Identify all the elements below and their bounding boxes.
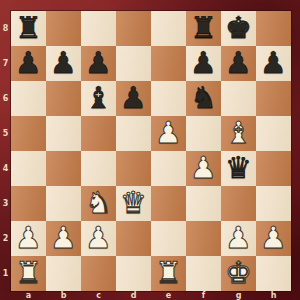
- square-g1[interactable]: ♚: [221, 256, 256, 291]
- rank-label-2: 2: [0, 221, 11, 256]
- square-g3[interactable]: [221, 186, 256, 221]
- rank-label-7: 7: [0, 46, 11, 81]
- square-h8[interactable]: [256, 11, 291, 46]
- rank-label-1: 1: [0, 256, 11, 291]
- chess-board: ♜♜♚♟♟♟♟♟♟♝♟♞♟♝♟♛♞♛♟♟♟♟♟♜♜♚: [11, 11, 291, 291]
- rank-label-5: 5: [0, 116, 11, 151]
- square-c4[interactable]: [81, 151, 116, 186]
- square-c7[interactable]: ♟: [81, 46, 116, 81]
- file-label-c: c: [81, 291, 116, 300]
- black-pawn: ♟: [190, 45, 217, 80]
- square-h4[interactable]: [256, 151, 291, 186]
- square-c1[interactable]: [81, 256, 116, 291]
- black-rook: ♜: [15, 10, 42, 45]
- square-g6[interactable]: [221, 81, 256, 116]
- square-b8[interactable]: [46, 11, 81, 46]
- file-label-h: h: [256, 291, 291, 300]
- square-d1[interactable]: [116, 256, 151, 291]
- black-rook: ♜: [190, 10, 217, 45]
- white-queen: ♛: [120, 185, 147, 220]
- black-pawn: ♟: [50, 45, 77, 80]
- square-f1[interactable]: [186, 256, 221, 291]
- white-bishop: ♝: [225, 115, 252, 150]
- square-d2[interactable]: [116, 221, 151, 256]
- square-f6[interactable]: ♞: [186, 81, 221, 116]
- white-knight: ♞: [85, 185, 112, 220]
- square-f7[interactable]: ♟: [186, 46, 221, 81]
- square-d6[interactable]: ♟: [116, 81, 151, 116]
- square-f4[interactable]: ♟: [186, 151, 221, 186]
- square-a4[interactable]: [11, 151, 46, 186]
- square-e4[interactable]: [151, 151, 186, 186]
- square-a8[interactable]: ♜: [11, 11, 46, 46]
- black-pawn: ♟: [225, 45, 252, 80]
- white-rook: ♜: [15, 255, 42, 290]
- square-d8[interactable]: [116, 11, 151, 46]
- square-g8[interactable]: ♚: [221, 11, 256, 46]
- square-b2[interactable]: ♟: [46, 221, 81, 256]
- square-e8[interactable]: [151, 11, 186, 46]
- square-h7[interactable]: ♟: [256, 46, 291, 81]
- square-f2[interactable]: [186, 221, 221, 256]
- rank-label-4: 4: [0, 151, 11, 186]
- white-pawn: ♟: [155, 115, 182, 150]
- square-a3[interactable]: [11, 186, 46, 221]
- white-pawn: ♟: [50, 220, 77, 255]
- square-a5[interactable]: [11, 116, 46, 151]
- square-f3[interactable]: [186, 186, 221, 221]
- square-b3[interactable]: [46, 186, 81, 221]
- black-pawn: ♟: [120, 80, 147, 115]
- square-c6[interactable]: ♝: [81, 81, 116, 116]
- square-e6[interactable]: [151, 81, 186, 116]
- square-h1[interactable]: [256, 256, 291, 291]
- square-f8[interactable]: ♜: [186, 11, 221, 46]
- white-pawn: ♟: [15, 220, 42, 255]
- square-a7[interactable]: ♟: [11, 46, 46, 81]
- square-h2[interactable]: ♟: [256, 221, 291, 256]
- square-b4[interactable]: [46, 151, 81, 186]
- white-king: ♚: [225, 255, 252, 290]
- file-label-f: f: [186, 291, 221, 300]
- black-king: ♚: [225, 10, 252, 45]
- square-a1[interactable]: ♜: [11, 256, 46, 291]
- black-pawn: ♟: [15, 45, 42, 80]
- black-queen: ♛: [225, 150, 252, 185]
- white-pawn: ♟: [190, 150, 217, 185]
- square-d7[interactable]: [116, 46, 151, 81]
- square-e7[interactable]: [151, 46, 186, 81]
- square-d4[interactable]: [116, 151, 151, 186]
- square-a2[interactable]: ♟: [11, 221, 46, 256]
- square-d5[interactable]: [116, 116, 151, 151]
- square-c8[interactable]: [81, 11, 116, 46]
- black-knight: ♞: [190, 80, 217, 115]
- square-c5[interactable]: [81, 116, 116, 151]
- square-h6[interactable]: [256, 81, 291, 116]
- square-h5[interactable]: [256, 116, 291, 151]
- square-e3[interactable]: [151, 186, 186, 221]
- white-pawn: ♟: [225, 220, 252, 255]
- chess-diagram: ♜♜♚♟♟♟♟♟♟♝♟♞♟♝♟♛♞♛♟♟♟♟♟♜♜♚ 87654321abcde…: [0, 0, 300, 300]
- file-label-a: a: [11, 291, 46, 300]
- white-pawn: ♟: [260, 220, 287, 255]
- square-b1[interactable]: [46, 256, 81, 291]
- square-h3[interactable]: [256, 186, 291, 221]
- square-f5[interactable]: [186, 116, 221, 151]
- white-pawn: ♟: [85, 220, 112, 255]
- black-bishop: ♝: [85, 80, 112, 115]
- rank-label-8: 8: [0, 11, 11, 46]
- rank-label-6: 6: [0, 81, 11, 116]
- square-b7[interactable]: ♟: [46, 46, 81, 81]
- file-label-e: e: [151, 291, 186, 300]
- square-g5[interactable]: ♝: [221, 116, 256, 151]
- square-b5[interactable]: [46, 116, 81, 151]
- rank-label-3: 3: [0, 186, 11, 221]
- square-e5[interactable]: ♟: [151, 116, 186, 151]
- black-pawn: ♟: [85, 45, 112, 80]
- square-c2[interactable]: ♟: [81, 221, 116, 256]
- square-g2[interactable]: ♟: [221, 221, 256, 256]
- file-label-g: g: [221, 291, 256, 300]
- square-g7[interactable]: ♟: [221, 46, 256, 81]
- square-g4[interactable]: ♛: [221, 151, 256, 186]
- file-label-b: b: [46, 291, 81, 300]
- black-pawn: ♟: [260, 45, 287, 80]
- white-rook: ♜: [155, 255, 182, 290]
- square-a6[interactable]: [11, 81, 46, 116]
- square-e1[interactable]: ♜: [151, 256, 186, 291]
- square-c3[interactable]: ♞: [81, 186, 116, 221]
- square-e2[interactable]: [151, 221, 186, 256]
- square-b6[interactable]: [46, 81, 81, 116]
- file-label-d: d: [116, 291, 151, 300]
- square-d3[interactable]: ♛: [116, 186, 151, 221]
